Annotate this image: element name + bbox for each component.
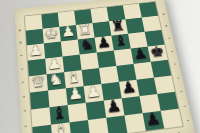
white-pawn: ♟	[59, 23, 77, 39]
board-wrap: ◈ ♚♟♜♜♟♞♟♝♟♟♚♛♞♝♟♟♟♝♟♝♟	[15, 0, 196, 133]
diamond-logo-icon: ◈	[22, 132, 34, 133]
square-h1	[161, 109, 183, 129]
square-c1	[69, 120, 90, 133]
white-pawn: ♟	[83, 82, 103, 101]
white-bishop: ♝	[64, 68, 83, 86]
photo-background: ◈ ♚♟♜♜♟♞♟♝♟♟♚♛♞♝♟♟♟♝♟♝♟	[0, 0, 200, 133]
white-rook: ♜	[76, 21, 95, 37]
white-knight: ♞	[46, 70, 65, 88]
white-king: ♚	[42, 25, 60, 41]
board-grid: ♚♟♜♜♟♞♟♝♟♟♚♛♞♝♟♟♟♝♟♝♟	[25, 2, 183, 133]
white-pawn: ♟	[45, 55, 64, 73]
black-knight: ♞	[78, 36, 97, 53]
white-queen: ♛	[29, 72, 48, 90]
black-bishop: ♝	[49, 103, 69, 123]
white-pawn: ♟	[66, 84, 86, 103]
chess-board: ◈ ♚♟♜♜♟♞♟♝♟♟♚♛♞♝♟♟♟♝♟♝♟	[15, 0, 196, 133]
white-pawn: ♟	[27, 42, 45, 59]
square-a1	[32, 125, 52, 133]
black-king: ♚	[147, 43, 167, 60]
square-b1: ♝	[51, 122, 71, 133]
